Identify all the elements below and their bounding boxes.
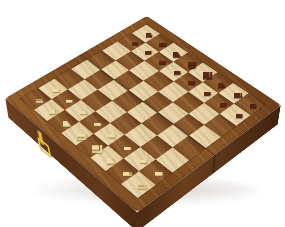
- playing-grid: ♜♟♞♟♝♟♛♟♚♟♝♟♟♞♜♟♟♜♞♟♟♝♟♛♟♚♟♝♟♞♟♜: [21, 25, 266, 198]
- brass-latch-icon: [33, 125, 58, 161]
- chess-set-photo: ♜♟♞♟♝♟♛♟♚♟♝♟♟♞♜♟♟♜♞♟♟♝♟♛♟♚♟♝♟♞♟♜: [0, 0, 285, 227]
- piece-white-rook: ♜: [126, 165, 151, 193]
- piece-black-pawn: ♟: [225, 99, 245, 121]
- square-h1: ♜: [121, 172, 155, 198]
- latch-ring: [37, 137, 51, 159]
